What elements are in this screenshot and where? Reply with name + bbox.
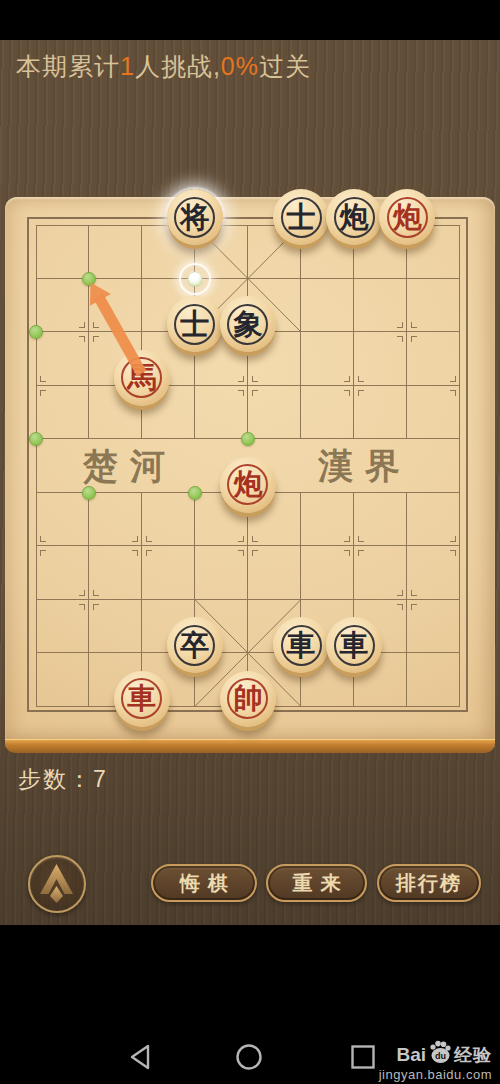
app-screen: 本期累计1人挑战,0%过关 楚河 漢界 将士炮炮士象馬炮卒車車車帥 步数：7 [0,0,500,1084]
point-marker [450,390,456,396]
up-arrow-icon [30,857,83,910]
piece-black[interactable]: 士 [273,189,329,245]
point-marker [344,376,350,382]
app-logo-button[interactable] [28,855,86,913]
piece-red[interactable]: 帥 [220,671,276,727]
point-marker [252,390,258,396]
stats-middle: 人挑战, [135,52,221,80]
point-marker [252,550,258,556]
stats-count: 1 [120,52,135,80]
point-marker [344,550,350,556]
stats-prefix: 本期累计 [16,52,120,80]
leaderboard-button[interactable]: 排行榜 [377,864,481,902]
brand-bai: Bai [396,1045,426,1064]
point-marker [450,376,456,382]
point-marker [411,336,417,342]
restart-button[interactable]: 重来 [266,864,367,902]
nav-recents-icon[interactable] [350,1044,376,1070]
point-marker [358,390,364,396]
point-marker [146,550,152,556]
point-marker [358,536,364,542]
legal-move-dot[interactable] [188,486,202,500]
point-marker [358,376,364,382]
piece-black[interactable]: 象 [220,296,276,352]
point-marker [411,590,417,596]
point-marker [40,550,46,556]
piece-red[interactable]: 炮 [379,189,435,245]
piece-character: 士 [167,296,223,352]
point-marker [397,604,403,610]
point-marker [252,376,258,382]
piece-character: 車 [326,617,382,673]
legal-move-dot[interactable] [29,432,43,446]
nav-back-icon[interactable] [127,1043,155,1071]
point-marker [397,590,403,596]
point-marker [450,550,456,556]
piece-character: 将 [167,189,223,245]
piece-red[interactable]: 馬 [114,350,170,406]
point-marker [93,604,99,610]
point-marker [79,322,85,328]
point-marker [40,390,46,396]
point-marker [344,390,350,396]
point-marker [252,536,258,542]
piece-character: 炮 [379,189,435,245]
svg-text:du: du [435,1051,446,1061]
point-marker [358,550,364,556]
grid-cell [354,439,407,493]
grid-cell [89,225,142,279]
point-marker [411,604,417,610]
point-marker [397,336,403,342]
grid-cell [142,439,195,493]
nav-home-icon[interactable] [235,1043,263,1071]
point-marker [79,336,85,342]
legal-move-dot[interactable] [29,325,43,339]
piece-black[interactable]: 車 [273,617,329,673]
point-marker [450,536,456,542]
point-marker [344,536,350,542]
baidu-jingyan-watermark: Bai du 经验 jingyan.baidu.com [379,1040,492,1082]
legal-move-dot[interactable] [82,486,96,500]
grid-cell [89,439,142,493]
stats-percent: 0% [221,52,259,80]
grid-cell [36,439,89,493]
grid-cell [301,439,354,493]
piece-character: 象 [220,296,276,352]
step-counter: 步数：7 [18,764,108,795]
piece-character: 士 [273,189,329,245]
piece-black[interactable]: 将 [167,189,223,245]
xiangqi-board[interactable]: 楚河 漢界 将士炮炮士象馬炮卒車車車帥 [0,197,500,753]
grid-cell [407,653,460,707]
legal-move-dot[interactable] [82,272,96,286]
point-marker [238,376,244,382]
android-navbar: Bai du 经验 jingyan.baidu.com [0,925,500,1084]
grid-cell [301,279,354,333]
point-marker [397,322,403,328]
challenge-stats-text: 本期累计1人挑战,0%过关 [16,50,311,83]
baidu-paw-icon: du [428,1040,452,1064]
step-counter-label: 步数： [18,766,93,792]
piece-character: 車 [273,617,329,673]
point-marker [40,536,46,542]
point-marker [238,550,244,556]
point-marker [146,536,152,542]
piece-red[interactable]: 炮 [220,457,276,513]
undo-button[interactable]: 悔棋 [151,864,257,902]
highlighted-point[interactable] [179,263,211,295]
piece-character: 炮 [326,189,382,245]
piece-black[interactable]: 炮 [326,189,382,245]
piece-character: 馬 [114,350,170,406]
point-marker [40,376,46,382]
legal-move-dot[interactable] [241,432,255,446]
piece-character: 車 [114,671,170,727]
point-marker [79,604,85,610]
point-marker [93,590,99,596]
piece-character: 帥 [220,671,276,727]
step-counter-value: 7 [93,766,108,792]
piece-black[interactable]: 卒 [167,617,223,673]
piece-character: 卒 [167,617,223,673]
point-marker [79,590,85,596]
point-marker [93,322,99,328]
grid-cell [407,439,460,493]
piece-red[interactable]: 車 [114,671,170,727]
board-3d-edge [5,739,495,753]
brand-jingyan: 经验 [454,1046,492,1064]
grid-cell [36,653,89,707]
point-marker [132,536,138,542]
piece-character: 炮 [220,457,276,513]
point-marker [238,390,244,396]
brand-url: jingyan.baidu.com [379,1067,492,1082]
stats-suffix: 过关 [259,52,311,80]
piece-black[interactable]: 車 [326,617,382,673]
point-marker [411,322,417,328]
grid-cell [36,225,89,279]
point-marker [93,336,99,342]
point-marker [238,536,244,542]
piece-black[interactable]: 士 [167,296,223,352]
point-marker [132,550,138,556]
